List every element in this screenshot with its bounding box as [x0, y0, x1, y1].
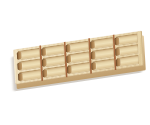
finger-groove — [67, 66, 72, 74]
finger-groove — [91, 52, 96, 60]
pit-r3c2[interactable] — [44, 65, 66, 78]
pit-r3c4[interactable] — [92, 58, 114, 71]
finger-groove — [115, 37, 120, 45]
pit-r3c3[interactable] — [68, 62, 90, 75]
finger-groove — [115, 48, 120, 56]
finger-groove — [66, 55, 71, 63]
finger-groove — [17, 62, 22, 70]
finger-groove — [18, 73, 23, 81]
pit-r3c5[interactable] — [117, 55, 139, 68]
finger-groove — [66, 44, 71, 52]
finger-groove — [42, 69, 47, 77]
pit-r3c1[interactable] — [19, 69, 41, 82]
finger-groove — [41, 48, 46, 56]
finger-groove — [90, 41, 95, 49]
finger-groove — [17, 52, 22, 60]
finger-groove — [91, 62, 96, 70]
photo-background — [0, 0, 150, 125]
finger-groove — [116, 59, 121, 67]
finger-groove — [42, 59, 47, 67]
